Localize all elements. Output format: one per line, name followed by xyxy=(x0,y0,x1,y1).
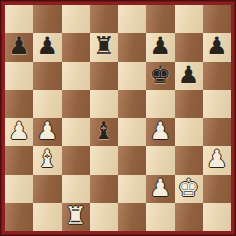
square-f3[interactable] xyxy=(146,146,174,174)
piece-white-pawn[interactable]: ♟ xyxy=(150,176,172,200)
square-b1[interactable] xyxy=(33,203,61,231)
square-h8[interactable] xyxy=(203,5,231,33)
square-c2[interactable] xyxy=(62,175,90,203)
piece-white-rook[interactable]: ♜ xyxy=(65,204,87,228)
square-h4[interactable] xyxy=(203,118,231,146)
piece-white-bishop[interactable]: ♝ xyxy=(37,147,59,171)
square-f7[interactable]: ♟ xyxy=(146,33,174,61)
square-c5[interactable] xyxy=(62,90,90,118)
piece-white-pawn[interactable]: ♟ xyxy=(150,119,172,143)
piece-black-pawn[interactable]: ♟ xyxy=(150,34,172,58)
piece-white-pawn[interactable]: ♟ xyxy=(8,119,30,143)
square-g1[interactable] xyxy=(175,203,203,231)
square-c8[interactable] xyxy=(62,5,90,33)
piece-white-pawn[interactable]: ♟ xyxy=(206,147,228,171)
square-a3[interactable] xyxy=(5,146,33,174)
square-c3[interactable] xyxy=(62,146,90,174)
board-frame: ♟♟♜♟♟♚♟♟♟♝♟♝♟♟♚♜ xyxy=(0,0,236,236)
square-b6[interactable] xyxy=(33,62,61,90)
square-d7[interactable]: ♜ xyxy=(90,33,118,61)
square-d8[interactable] xyxy=(90,5,118,33)
square-a1[interactable] xyxy=(5,203,33,231)
square-c1[interactable]: ♜ xyxy=(62,203,90,231)
square-d1[interactable] xyxy=(90,203,118,231)
square-f5[interactable] xyxy=(146,90,174,118)
square-e8[interactable] xyxy=(118,5,146,33)
square-h3[interactable]: ♟ xyxy=(203,146,231,174)
square-d4[interactable]: ♝ xyxy=(90,118,118,146)
square-b7[interactable]: ♟ xyxy=(33,33,61,61)
square-a4[interactable]: ♟ xyxy=(5,118,33,146)
square-c6[interactable] xyxy=(62,62,90,90)
square-g4[interactable] xyxy=(175,118,203,146)
square-e3[interactable] xyxy=(118,146,146,174)
square-a7[interactable]: ♟ xyxy=(5,33,33,61)
square-a8[interactable] xyxy=(5,5,33,33)
square-c4[interactable] xyxy=(62,118,90,146)
square-e2[interactable] xyxy=(118,175,146,203)
square-a5[interactable] xyxy=(5,90,33,118)
square-e1[interactable] xyxy=(118,203,146,231)
square-e4[interactable] xyxy=(118,118,146,146)
square-a6[interactable] xyxy=(5,62,33,90)
square-g2[interactable]: ♚ xyxy=(175,175,203,203)
square-f1[interactable] xyxy=(146,203,174,231)
square-h6[interactable] xyxy=(203,62,231,90)
piece-white-pawn[interactable]: ♟ xyxy=(37,119,59,143)
square-e6[interactable] xyxy=(118,62,146,90)
square-g3[interactable] xyxy=(175,146,203,174)
square-b2[interactable] xyxy=(33,175,61,203)
square-e7[interactable] xyxy=(118,33,146,61)
square-h1[interactable] xyxy=(203,203,231,231)
square-e5[interactable] xyxy=(118,90,146,118)
square-b5[interactable] xyxy=(33,90,61,118)
square-c7[interactable] xyxy=(62,33,90,61)
piece-black-king[interactable]: ♚ xyxy=(150,63,172,87)
piece-black-rook[interactable]: ♜ xyxy=(93,34,115,58)
square-g5[interactable] xyxy=(175,90,203,118)
square-g6[interactable]: ♟ xyxy=(175,62,203,90)
square-g7[interactable] xyxy=(175,33,203,61)
piece-black-pawn[interactable]: ♟ xyxy=(37,34,59,58)
square-d6[interactable] xyxy=(90,62,118,90)
piece-white-king[interactable]: ♚ xyxy=(178,176,200,200)
square-h7[interactable]: ♟ xyxy=(203,33,231,61)
square-b4[interactable]: ♟ xyxy=(33,118,61,146)
square-d5[interactable] xyxy=(90,90,118,118)
square-f4[interactable]: ♟ xyxy=(146,118,174,146)
piece-black-pawn[interactable]: ♟ xyxy=(206,34,228,58)
square-h2[interactable] xyxy=(203,175,231,203)
square-f6[interactable]: ♚ xyxy=(146,62,174,90)
square-h5[interactable] xyxy=(203,90,231,118)
piece-black-pawn[interactable]: ♟ xyxy=(178,63,200,87)
square-b3[interactable]: ♝ xyxy=(33,146,61,174)
square-f2[interactable]: ♟ xyxy=(146,175,174,203)
piece-black-bishop[interactable]: ♝ xyxy=(93,119,115,143)
square-b8[interactable] xyxy=(33,5,61,33)
piece-black-pawn[interactable]: ♟ xyxy=(8,34,30,58)
square-g8[interactable] xyxy=(175,5,203,33)
chess-board: ♟♟♜♟♟♚♟♟♟♝♟♝♟♟♚♜ xyxy=(5,5,231,231)
square-d3[interactable] xyxy=(90,146,118,174)
square-d2[interactable] xyxy=(90,175,118,203)
square-a2[interactable] xyxy=(5,175,33,203)
square-f8[interactable] xyxy=(146,5,174,33)
